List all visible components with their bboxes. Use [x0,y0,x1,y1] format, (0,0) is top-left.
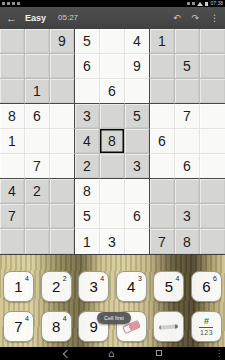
cell-r2c6[interactable]: 9 [125,54,150,79]
cell-r5c6[interactable] [125,129,150,154]
cell-r6c7[interactable] [150,154,175,179]
cell-value: 8 [183,234,191,250]
key-7[interactable]: 74 [3,311,34,342]
cell-r6c3[interactable] [50,154,75,179]
cell-r8c1[interactable]: 7 [0,204,25,229]
system-icons: 07:38 [187,0,223,7]
cell-r5c3[interactable] [50,129,75,154]
game-timer: 05:27 [58,13,162,22]
number-mode-icon: #123 [199,317,213,336]
cell-r4c8[interactable]: 7 [175,104,200,129]
vibrate-icon [192,2,195,5]
cell-r1c5[interactable] [100,29,125,54]
cell-r5c1[interactable]: 1 [0,129,25,154]
keypad-area: 142234435466 748492#123 Cell first [0,255,225,347]
cell-r2c3[interactable] [50,54,75,79]
key-digit: 6 [202,278,210,295]
cell-value: 7 [183,108,191,124]
notification-icon [7,2,10,5]
key-placed-count: 3 [138,275,142,282]
key-placed-count: 4 [25,315,29,322]
cell-value: 7 [8,208,16,224]
cell-r3c3[interactable] [50,79,75,104]
key-placed-count: 4 [25,275,29,282]
cell-r4c4[interactable]: 3 [75,104,100,129]
cell-r2c9[interactable] [200,54,225,79]
cell-r2c4[interactable]: 6 [75,54,100,79]
cell-value: 1 [83,234,91,250]
cell-r3c6[interactable] [125,79,150,104]
cell-r2c1[interactable] [0,54,25,79]
cell-r4c9[interactable] [200,104,225,129]
cell-r3c2[interactable]: 1 [25,79,50,104]
cell-r7c7[interactable] [150,179,175,204]
nav-overflow-icon[interactable]: ⋮ [215,347,223,360]
key-placed-count: 2 [63,275,67,282]
sudoku-app-screen: 07:38 ← Easy 05:27 ↶ ↷ ⋮ 954169516863571… [0,0,225,360]
pencil-icon [159,324,178,329]
cell-r8c3[interactable] [50,204,75,229]
notification-icon [2,2,5,5]
cell-value: 5 [83,33,91,49]
battery-icon [205,2,208,6]
cell-r8c5[interactable] [100,204,125,229]
key-5[interactable]: 54 [153,271,184,302]
cell-r3c1[interactable] [0,79,25,104]
cell-r8c7[interactable] [150,204,175,229]
cell-value: 4 [8,183,16,199]
cell-r9c9[interactable] [200,229,225,254]
cell-r3c9[interactable] [200,79,225,104]
cell-value: 6 [183,158,191,174]
key-6[interactable]: 66 [191,271,222,302]
cell-r7c5[interactable] [100,179,125,204]
cell-r1c2[interactable] [25,29,50,54]
cell-r4c6[interactable]: 5 [125,104,150,129]
cell-value: 3 [83,108,91,124]
cell-r9c6[interactable] [125,229,150,254]
cell-r2c7[interactable] [150,54,175,79]
keypad-row-1: 142234435466 [0,271,225,302]
cell-r7c8[interactable] [175,179,200,204]
key-placed-count: 4 [175,275,179,282]
cell-r5c4[interactable]: 4 [75,129,100,154]
nav-back-icon[interactable] [63,350,71,358]
key-2[interactable]: 22 [41,271,72,302]
cell-r7c3[interactable] [50,179,75,204]
cell-r9c8[interactable]: 8 [175,229,200,254]
cell-value: 4 [133,33,141,49]
input-mode-button[interactable]: #123 [191,311,222,342]
cell-r9c7[interactable]: 7 [150,229,175,254]
key-digit: 4 [127,278,135,295]
cell-value: 6 [83,58,91,74]
cell-value: 3 [183,208,191,224]
cell-r6c4[interactable]: 2 [75,154,100,179]
overflow-menu-icon[interactable]: ⋮ [210,13,219,23]
cell-value: 6 [133,208,141,224]
key-digit: 3 [90,278,98,295]
key-digit: 1 [14,278,22,295]
cell-value: 3 [108,234,116,250]
cell-r7c2[interactable]: 2 [25,179,50,204]
cell-value: 6 [33,108,41,124]
cell-r3c4[interactable] [75,79,100,104]
cell-r6c5[interactable] [100,154,125,179]
nav-recents-icon[interactable] [156,350,162,356]
cell-value: 1 [158,33,166,49]
cell-r6c6[interactable]: 3 [125,154,150,179]
cell-value: 7 [33,158,41,174]
cell-r7c6[interactable] [125,179,150,204]
cell-r7c4[interactable]: 8 [75,179,100,204]
cell-r4c2[interactable]: 6 [25,104,50,129]
mode-tooltip: Cell first [97,312,131,324]
back-arrow-icon[interactable]: ← [6,12,17,24]
cell-r4c5[interactable] [100,104,125,129]
key-8[interactable]: 84 [41,311,72,342]
cell-r7c1[interactable]: 4 [0,179,25,204]
clock: 07:38 [210,0,223,7]
cell-value: 5 [133,108,141,124]
cell-value: 6 [158,133,166,149]
cell-r8c9[interactable] [200,204,225,229]
cell-r5c8[interactable] [175,129,200,154]
cell-r9c4[interactable]: 1 [75,229,100,254]
cell-r1c8[interactable] [175,29,200,54]
cell-value: 6 [108,83,116,99]
cell-r3c7[interactable] [150,79,175,104]
cell-value: 2 [33,183,41,199]
cell-r8c4[interactable]: 5 [75,204,100,229]
cell-r4c3[interactable] [50,104,75,129]
cell-r1c4[interactable]: 5 [75,29,100,54]
undo-icon[interactable]: ↶ [173,13,181,23]
wifi-icon [197,2,203,6]
cell-r7c9[interactable] [200,179,225,204]
cell-value: 1 [33,83,41,99]
cell-r3c8[interactable] [175,79,200,104]
cell-value: 1 [8,133,16,149]
key-digit: 8 [52,318,60,335]
cell-r2c5[interactable] [100,54,125,79]
cell-r8c8[interactable]: 3 [175,204,200,229]
key-digit: 2 [52,278,60,295]
notification-icon [12,2,15,5]
key-placed-count: 4 [63,315,67,322]
redo-icon[interactable]: ↷ [191,13,199,23]
cell-r9c5[interactable]: 3 [100,229,125,254]
difficulty-label: Easy [25,13,46,23]
cell-r8c2[interactable] [25,204,50,229]
cell-r3c5[interactable]: 6 [100,79,125,104]
cell-r5c2[interactable] [25,129,50,154]
app-bar: ← Easy 05:27 ↶ ↷ ⋮ [0,7,225,28]
cell-r6c8[interactable]: 6 [175,154,200,179]
cell-r5c5[interactable]: 8 [100,129,125,154]
cell-r8c6[interactable]: 6 [125,204,150,229]
cell-value: 7 [158,234,166,250]
cell-value: 8 [8,108,16,124]
key-1[interactable]: 14 [3,271,34,302]
key-placed-count: 4 [100,275,104,282]
cell-r1c6[interactable]: 4 [125,29,150,54]
cell-r9c2[interactable] [25,229,50,254]
cell-r1c7[interactable]: 1 [150,29,175,54]
cell-r2c8[interactable]: 5 [175,54,200,79]
cell-value: 3 [133,158,141,174]
cell-r6c2[interactable]: 7 [25,154,50,179]
key-3[interactable]: 34 [78,271,109,302]
cell-r2c2[interactable] [25,54,50,79]
cell-r4c1[interactable]: 8 [0,104,25,129]
bluetooth-icon [187,2,190,5]
cell-r6c1[interactable] [0,154,25,179]
cell-value: 9 [133,58,141,74]
cell-r1c9[interactable] [200,29,225,54]
key-placed-count: 6 [213,275,217,282]
cell-value: 9 [58,33,66,49]
pencil-button[interactable] [153,311,184,342]
cell-value: 8 [83,183,91,199]
cell-r5c7[interactable]: 6 [150,129,175,154]
android-nav-bar: ⌂ ⋮ [0,347,225,360]
cell-r4c7[interactable] [150,104,175,129]
cell-value: 4 [83,133,91,149]
cell-r9c1[interactable] [0,229,25,254]
nav-home-icon[interactable]: ⌂ [108,347,114,360]
cell-r6c9[interactable] [200,154,225,179]
cell-r9c3[interactable] [50,229,75,254]
sudoku-board: 954169516863571486723642875631378 [0,28,225,255]
cell-value: 5 [83,208,91,224]
key-4[interactable]: 43 [116,271,147,302]
cell-r5c9[interactable] [200,129,225,154]
cell-value: 8 [108,133,116,149]
status-bar: 07:38 [0,0,225,7]
cell-r1c1[interactable] [0,29,25,54]
notification-icons [2,2,20,5]
cell-r1c3[interactable]: 9 [50,29,75,54]
cell-value: 5 [183,58,191,74]
key-digit: 7 [14,318,22,335]
cell-value: 2 [83,158,91,174]
key-digit: 5 [165,278,173,295]
notification-icon [17,2,20,5]
